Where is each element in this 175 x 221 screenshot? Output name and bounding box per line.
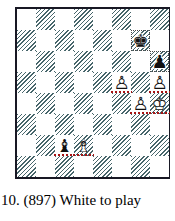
square-c3[interactable] [55, 114, 74, 135]
spellcheck-squiggle [149, 112, 170, 114]
square-b4[interactable] [36, 93, 55, 114]
square-f4[interactable] [112, 93, 131, 114]
piece-black-bishop: ♝ [56, 137, 72, 155]
square-e8[interactable] [93, 9, 112, 30]
square-d3[interactable] [74, 114, 93, 135]
square-d4[interactable] [74, 93, 93, 114]
square-a8[interactable] [17, 9, 36, 30]
square-e2[interactable] [93, 135, 112, 156]
square-c1[interactable] [55, 156, 74, 177]
piece-white-bishop: ♝♗ [75, 137, 91, 155]
spellcheck-squiggle [54, 154, 75, 156]
square-b3[interactable] [36, 114, 55, 135]
square-g3[interactable] [131, 114, 150, 135]
square-b8[interactable] [36, 9, 55, 30]
square-b2[interactable] [36, 135, 55, 156]
piece-white-pawn: ♟♙ [151, 74, 167, 92]
white-pawn-outline-glyph: ♙ [113, 72, 129, 93]
square-e7[interactable] [93, 30, 112, 51]
square-g4[interactable]: ♟♙ [131, 93, 150, 114]
square-b7[interactable] [36, 30, 55, 51]
square-f7[interactable] [112, 30, 131, 51]
square-c2[interactable]: ♝ [55, 135, 74, 156]
square-g6[interactable] [131, 51, 150, 72]
square-c4[interactable] [55, 93, 74, 114]
square-f3[interactable] [112, 114, 131, 135]
square-h8[interactable] [150, 9, 169, 30]
piece-white-king: ♚♔ [151, 95, 167, 113]
square-a4[interactable] [17, 93, 36, 114]
square-g1[interactable] [131, 156, 150, 177]
square-d6[interactable] [74, 51, 93, 72]
square-b1[interactable] [36, 156, 55, 177]
square-a3[interactable] [17, 114, 36, 135]
square-e5[interactable] [93, 72, 112, 93]
square-h5[interactable]: ♟♙ [150, 72, 169, 93]
square-f6[interactable] [112, 51, 131, 72]
piece-black-pawn: ♟ [151, 53, 167, 71]
square-b5[interactable] [36, 72, 55, 93]
square-e4[interactable] [93, 93, 112, 114]
spellcheck-squiggle [130, 112, 151, 114]
square-e3[interactable] [93, 114, 112, 135]
square-d5[interactable] [74, 72, 93, 93]
square-c5[interactable] [55, 72, 74, 93]
square-d8[interactable] [74, 9, 93, 30]
piece-white-pawn: ♟♙ [113, 74, 129, 92]
white-pawn-outline-glyph: ♙ [132, 93, 148, 114]
square-d2[interactable]: ♝♗ [74, 135, 93, 156]
white-bishop-outline-glyph: ♗ [75, 135, 91, 156]
square-a2[interactable] [17, 135, 36, 156]
square-h3[interactable] [150, 114, 169, 135]
chess-board: ♚♟♟♙♟♙♟♙♚♔♝♝♗ [15, 7, 170, 179]
diagram-caption: 10. (897) White to play [1, 192, 141, 209]
square-d1[interactable] [74, 156, 93, 177]
square-a1[interactable] [17, 156, 36, 177]
square-h1[interactable] [150, 156, 169, 177]
square-h7[interactable] [150, 30, 169, 51]
square-c7[interactable] [55, 30, 74, 51]
square-e1[interactable] [93, 156, 112, 177]
piece-black-king: ♚ [132, 32, 148, 50]
square-a6[interactable] [17, 51, 36, 72]
square-h6[interactable]: ♟ [150, 51, 169, 72]
piece-white-pawn: ♟♙ [132, 95, 148, 113]
square-g2[interactable] [131, 135, 150, 156]
square-f1[interactable] [112, 156, 131, 177]
square-g7[interactable]: ♚ [131, 30, 150, 51]
square-g8[interactable] [131, 9, 150, 30]
spellcheck-squiggle [149, 91, 170, 93]
spellcheck-squiggle [111, 91, 132, 93]
square-d7[interactable] [74, 30, 93, 51]
square-f5[interactable]: ♟♙ [112, 72, 131, 93]
square-a5[interactable] [17, 72, 36, 93]
square-g5[interactable] [131, 72, 150, 93]
square-b6[interactable] [36, 51, 55, 72]
square-h2[interactable] [150, 135, 169, 156]
white-pawn-outline-glyph: ♙ [151, 72, 167, 93]
white-king-outline-glyph: ♔ [151, 93, 167, 114]
square-f2[interactable] [112, 135, 131, 156]
square-f8[interactable] [112, 9, 131, 30]
square-a7[interactable] [17, 30, 36, 51]
square-e6[interactable] [93, 51, 112, 72]
spellcheck-squiggle [73, 154, 94, 156]
square-h4[interactable]: ♚♔ [150, 93, 169, 114]
square-c8[interactable] [55, 9, 74, 30]
square-c6[interactable] [55, 51, 74, 72]
